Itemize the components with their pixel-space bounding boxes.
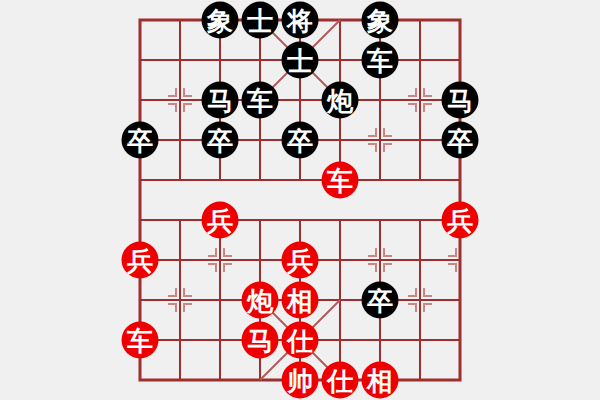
piece-black-soldier[interactable]: 卒 xyxy=(282,122,319,159)
piece-black-soldier[interactable]: 卒 xyxy=(362,282,399,319)
piece-red-cannon[interactable]: 炮 xyxy=(242,282,279,319)
piece-red-horse[interactable]: 马 xyxy=(242,322,279,359)
piece-red-elephant[interactable]: 相 xyxy=(282,282,319,319)
piece-red-advisor[interactable]: 仕 xyxy=(322,362,359,399)
piece-black-horse[interactable]: 马 xyxy=(442,82,479,119)
piece-red-elephant[interactable]: 相 xyxy=(362,362,399,399)
piece-red-chariot[interactable]: 车 xyxy=(322,162,359,199)
piece-black-horse[interactable]: 马 xyxy=(202,82,239,119)
piece-black-soldier[interactable]: 卒 xyxy=(202,122,239,159)
piece-black-general[interactable]: 将 xyxy=(282,2,319,39)
piece-black-advisor[interactable]: 士 xyxy=(242,2,279,39)
piece-black-soldier[interactable]: 卒 xyxy=(442,122,479,159)
piece-red-advisor[interactable]: 仕 xyxy=(282,322,319,359)
piece-black-elephant[interactable]: 象 xyxy=(202,2,239,39)
piece-red-soldier[interactable]: 兵 xyxy=(122,242,159,279)
piece-black-chariot[interactable]: 车 xyxy=(362,42,399,79)
piece-black-soldier[interactable]: 卒 xyxy=(122,122,159,159)
xiangqi-screen: 象士将象士车马车炮马卒卒卒卒卒车兵兵兵兵炮相车马仕帅仕相 xyxy=(0,0,600,400)
piece-red-soldier[interactable]: 兵 xyxy=(442,202,479,239)
piece-black-advisor[interactable]: 士 xyxy=(282,42,319,79)
piece-black-chariot[interactable]: 车 xyxy=(242,82,279,119)
piece-black-elephant[interactable]: 象 xyxy=(362,2,399,39)
piece-red-chariot[interactable]: 车 xyxy=(122,322,159,359)
piece-red-general[interactable]: 帅 xyxy=(282,362,319,399)
piece-black-cannon[interactable]: 炮 xyxy=(322,82,359,119)
piece-red-soldier[interactable]: 兵 xyxy=(282,242,319,279)
piece-red-soldier[interactable]: 兵 xyxy=(202,202,239,239)
